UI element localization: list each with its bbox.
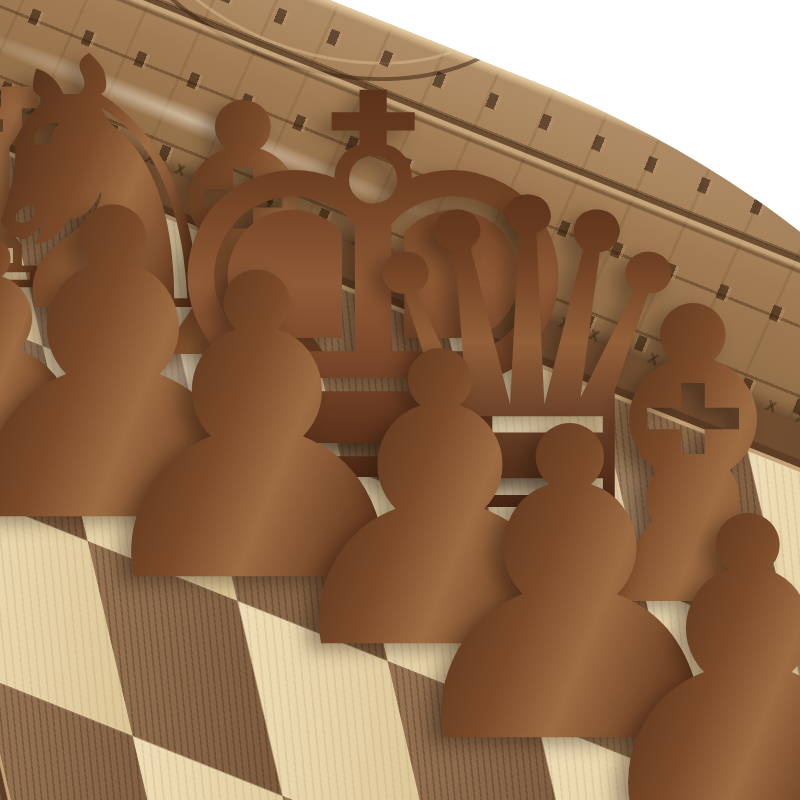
pawn-glyph: ♟	[569, 467, 800, 800]
photo-stage: ♜♞♝♚♛♝♟♟♟♟♟♟	[0, 0, 800, 800]
pieces-layer: ♜♞♝♚♛♝♟♟♟♟♟♟	[0, 0, 800, 800]
piece-pawn-c2[interactable]: ♟	[548, 467, 800, 800]
